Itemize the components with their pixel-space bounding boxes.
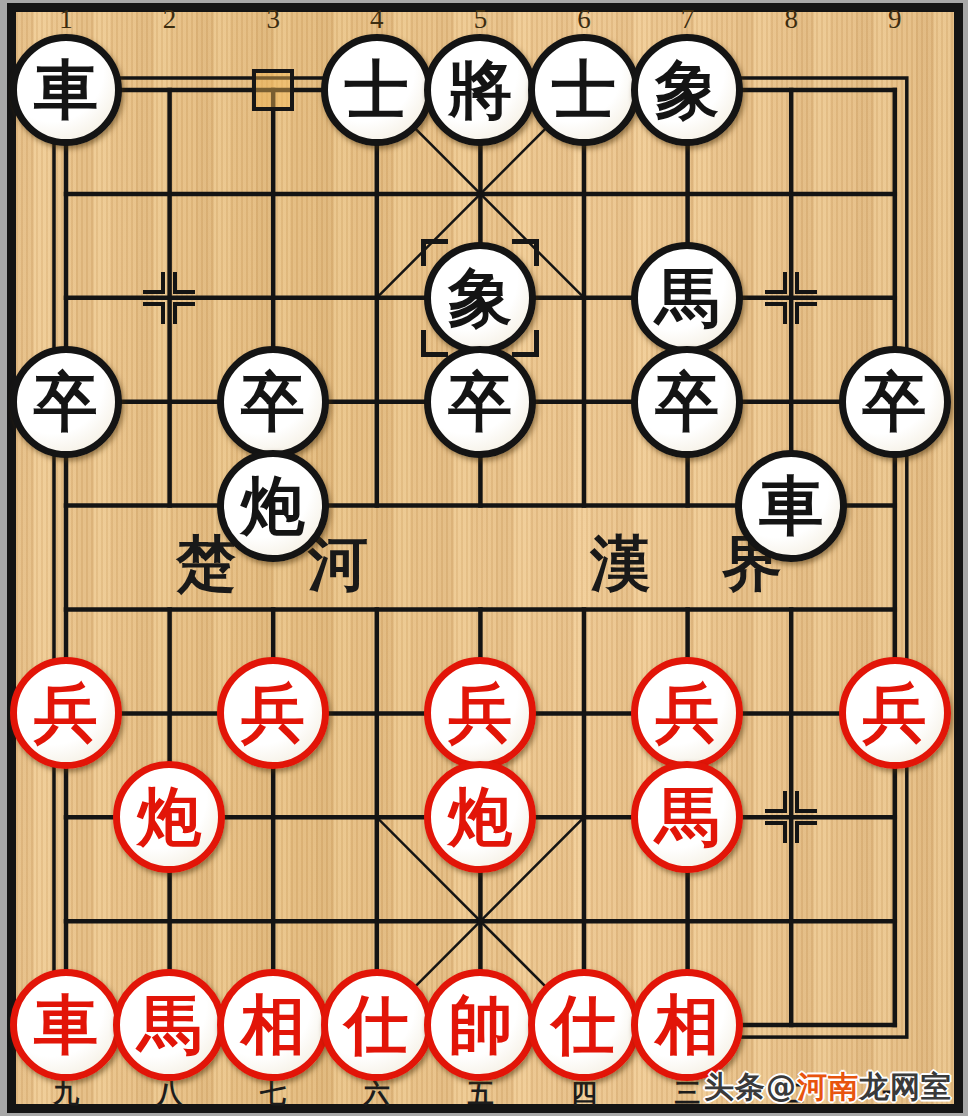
- red-soldier-piece[interactable]: 兵: [424, 657, 536, 769]
- file-label-top-1: 1: [59, 4, 73, 35]
- red-soldier-piece[interactable]: 兵: [217, 657, 329, 769]
- black-general-piece[interactable]: 將: [424, 34, 536, 146]
- black-elephant-piece[interactable]: 象: [424, 242, 536, 354]
- black-soldier-piece[interactable]: 卒: [839, 346, 951, 458]
- point-marker-corner-tl: [765, 272, 787, 294]
- red-horse-piece[interactable]: 馬: [631, 761, 743, 873]
- point-marker-corner-bl: [143, 302, 165, 324]
- file-label-top-6: 6: [577, 4, 591, 35]
- file-label-top-9: 9: [888, 4, 902, 35]
- black-soldier-piece[interactable]: 卒: [631, 346, 743, 458]
- black-chariot-piece[interactable]: 車: [10, 34, 122, 146]
- point-marker: [765, 272, 817, 324]
- red-chariot-piece[interactable]: 車: [10, 969, 122, 1081]
- red-general-piece[interactable]: 帥: [424, 969, 536, 1081]
- file-label-bottom-1: 九: [53, 1076, 79, 1111]
- xiangqi-screenshot: 楚河 漢界 車士將士象象馬卒卒卒卒卒炮車兵兵兵兵兵炮炮馬車馬相仕帥仕相 1234…: [0, 0, 968, 1116]
- file-label-top-3: 3: [266, 4, 280, 35]
- file-label-bottom-7: 三: [675, 1076, 701, 1111]
- file-label-top-5: 5: [474, 4, 488, 35]
- black-elephant-piece[interactable]: 象: [631, 34, 743, 146]
- point-marker-corner-br: [795, 302, 817, 324]
- file-label-bottom-5: 五: [467, 1076, 493, 1111]
- red-elephant-piece[interactable]: 相: [217, 969, 329, 1081]
- point-marker-corner-br: [173, 302, 195, 324]
- last-move-from-marker: [252, 69, 294, 111]
- watermark-prefix: 头条@: [704, 1069, 797, 1104]
- point-marker-corner-tr: [795, 791, 817, 813]
- watermark: 头条@河南龙网室: [704, 1067, 952, 1108]
- file-label-bottom-6: 四: [571, 1076, 597, 1111]
- file-label-top-8: 8: [784, 4, 798, 35]
- black-soldier-piece[interactable]: 卒: [10, 346, 122, 458]
- point-marker-corner-tl: [143, 272, 165, 294]
- file-label-bottom-3: 七: [260, 1076, 286, 1111]
- red-horse-piece[interactable]: 馬: [113, 969, 225, 1081]
- point-marker-corner-bl: [765, 302, 787, 324]
- black-soldier-piece[interactable]: 卒: [424, 346, 536, 458]
- point-marker-corner-bl: [765, 821, 787, 843]
- file-label-top-7: 7: [681, 4, 695, 35]
- point-marker-corner-tl: [765, 791, 787, 813]
- file-label-top-2: 2: [163, 4, 177, 35]
- point-marker: [765, 791, 817, 843]
- point-marker-corner-tr: [173, 272, 195, 294]
- red-cannon-piece[interactable]: 炮: [424, 761, 536, 873]
- black-cannon-piece[interactable]: 炮: [217, 450, 329, 562]
- point-marker-corner-tr: [795, 272, 817, 294]
- file-label-bottom-4: 六: [364, 1076, 390, 1111]
- red-advisor-piece[interactable]: 仕: [528, 969, 640, 1081]
- black-advisor-piece[interactable]: 士: [321, 34, 433, 146]
- red-soldier-piece[interactable]: 兵: [631, 657, 743, 769]
- file-label-top-4: 4: [370, 4, 384, 35]
- black-soldier-piece[interactable]: 卒: [217, 346, 329, 458]
- red-elephant-piece[interactable]: 相: [631, 969, 743, 1081]
- file-label-bottom-2: 八: [157, 1076, 183, 1111]
- black-chariot-piece[interactable]: 車: [735, 450, 847, 562]
- red-advisor-piece[interactable]: 仕: [321, 969, 433, 1081]
- board[interactable]: 車士將士象象馬卒卒卒卒卒炮車兵兵兵兵兵炮炮馬車馬相仕帥仕相: [14, 38, 947, 1077]
- red-soldier-piece[interactable]: 兵: [10, 657, 122, 769]
- black-advisor-piece[interactable]: 士: [528, 34, 640, 146]
- point-marker: [143, 272, 195, 324]
- black-horse-piece[interactable]: 馬: [631, 242, 743, 354]
- red-soldier-piece[interactable]: 兵: [839, 657, 951, 769]
- red-cannon-piece[interactable]: 炮: [113, 761, 225, 873]
- watermark-suffix: 龙网室: [859, 1069, 952, 1104]
- point-marker-corner-br: [795, 821, 817, 843]
- watermark-highlight: 河南: [797, 1069, 859, 1104]
